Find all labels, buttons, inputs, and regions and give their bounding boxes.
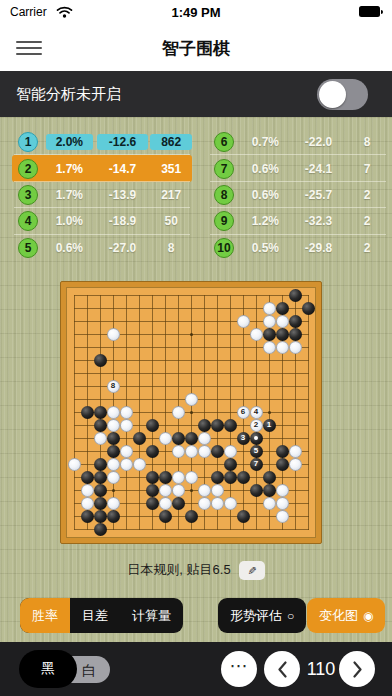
black-stone — [172, 432, 185, 445]
black-stone — [211, 471, 224, 484]
black-stone — [94, 406, 107, 419]
white-stone — [172, 471, 185, 484]
candidate-move-row[interactable]: 31.7%-13.9217 — [12, 182, 192, 208]
white-stone — [276, 341, 289, 354]
black-stone — [81, 510, 94, 523]
tab-目差[interactable]: 目差 — [70, 598, 120, 633]
visits: 8 — [346, 135, 388, 149]
white-stone — [224, 445, 237, 458]
more-button[interactable]: ⋯ — [221, 651, 257, 687]
position-eval-button[interactable]: 形势评估○ — [218, 598, 306, 633]
visits: 351 — [150, 162, 192, 176]
black-stone — [94, 354, 107, 367]
win-rate: 0.6% — [242, 188, 289, 202]
edit-rules-button[interactable]: ✎ — [239, 561, 265, 580]
prev-move-button[interactable] — [264, 651, 300, 687]
stones-layer: 86421357 — [74, 295, 309, 530]
white-stone — [81, 484, 94, 497]
white-stone: 6 — [237, 406, 250, 419]
white-stone — [198, 497, 211, 510]
move-rank-badge: 2 — [18, 159, 38, 179]
black-stone: 1 — [263, 419, 276, 432]
white-stone: 4 — [250, 406, 263, 419]
white-stone — [211, 497, 224, 510]
white-stone — [263, 497, 276, 510]
black-stone — [146, 497, 159, 510]
black-stone — [211, 445, 224, 458]
white-stone — [198, 445, 211, 458]
win-rate: 0.5% — [242, 241, 289, 255]
candidate-move-row[interactable]: 41.0%-18.950 — [12, 208, 192, 234]
black-stone — [159, 510, 172, 523]
nav-bar: 智子围棋 — [0, 24, 392, 71]
win-rate: 0.6% — [242, 162, 289, 176]
black-stone — [276, 302, 289, 315]
variation-diagram-button[interactable]: 变化图◉ — [307, 598, 385, 633]
move-rank-badge: 5 — [18, 238, 38, 258]
white-stone — [289, 445, 302, 458]
visits: 2 — [346, 188, 388, 202]
variation-move-number: 5 — [254, 447, 258, 455]
black-side-knob[interactable]: 黑 — [19, 650, 77, 688]
variation-move-number: 1 — [267, 421, 271, 429]
white-stone — [289, 341, 302, 354]
candidate-move-row[interactable]: 100.5%-29.82 — [208, 235, 388, 261]
analysis-bar: 智能分析未开启 — [0, 71, 392, 117]
variation-move-number: 7 — [254, 460, 258, 468]
last-move-marker — [254, 436, 258, 440]
black-stone — [94, 419, 107, 432]
black-stone — [276, 445, 289, 458]
variation-move-number: 4 — [254, 408, 258, 416]
white-stone — [81, 497, 94, 510]
black-stone — [276, 458, 289, 471]
white-stone — [133, 458, 146, 471]
white-stone — [120, 445, 133, 458]
score-lead: -22.0 — [293, 135, 345, 149]
black-stone — [185, 510, 198, 523]
win-rate: 2.0% — [46, 134, 93, 150]
rules-label: 日本规则, 贴目6.5 — [127, 561, 230, 579]
white-stone — [107, 328, 120, 341]
black-stone — [263, 471, 276, 484]
hollow-circle-icon: ○ — [287, 609, 294, 623]
white-stone — [237, 315, 250, 328]
tab-胜率[interactable]: 胜率 — [20, 598, 70, 633]
ellipsis-icon: ⋯ — [230, 655, 249, 677]
analysis-status-label: 智能分析未开启 — [16, 85, 121, 104]
pencil-icon: ✎ — [245, 565, 258, 574]
score-lead: -27.0 — [97, 241, 149, 255]
white-stone — [289, 458, 302, 471]
move-rank-badge: 1 — [18, 132, 38, 152]
app-screen: Carrier 1:49 PM 智子围棋 智能分析未开启 12.0%-12.68… — [0, 0, 392, 696]
tab-计算量[interactable]: 计算量 — [120, 598, 183, 633]
win-rate: 1.0% — [46, 214, 93, 228]
white-stone — [276, 315, 289, 328]
move-rank-badge: 9 — [214, 211, 234, 231]
board-field: 86421357 — [66, 287, 316, 538]
black-stone — [81, 406, 94, 419]
black-stone — [211, 419, 224, 432]
white-stone — [185, 445, 198, 458]
chevron-right-icon — [352, 661, 363, 678]
black-stone — [94, 484, 107, 497]
black-stone — [107, 510, 120, 523]
win-rate: 1.7% — [46, 162, 93, 176]
candidate-move-row[interactable]: 80.6%-25.72 — [208, 182, 388, 208]
black-stone — [159, 471, 172, 484]
black-stone — [172, 497, 185, 510]
white-stone — [107, 458, 120, 471]
move-rank-badge: 7 — [214, 159, 234, 179]
visits: 50 — [150, 214, 192, 228]
variation-move-number: 3 — [241, 434, 245, 442]
white-stone — [198, 484, 211, 497]
white-stone — [107, 406, 120, 419]
visits: 7 — [346, 162, 388, 176]
white-stone: 8 — [107, 380, 120, 393]
score-lead: -14.7 — [97, 162, 149, 176]
candidate-move-row[interactable]: 50.6%-27.08 — [12, 235, 192, 261]
black-stone — [133, 432, 146, 445]
variation-move-number: 2 — [254, 421, 258, 429]
white-stone — [172, 406, 185, 419]
white-stone — [185, 393, 198, 406]
black-stone — [146, 484, 159, 497]
visits: 2 — [346, 241, 388, 255]
score-lead: -29.8 — [293, 241, 345, 255]
white-stone — [276, 484, 289, 497]
visits: 862 — [150, 134, 192, 150]
black-stone — [237, 510, 250, 523]
chevron-left-icon — [277, 661, 288, 678]
black-stone — [94, 523, 107, 536]
black-stone — [276, 328, 289, 341]
clock: 1:49 PM — [0, 5, 392, 20]
variation-move-number: 6 — [241, 408, 245, 416]
variation-move-number: 8 — [111, 382, 115, 390]
move-rank-badge: 8 — [214, 185, 234, 205]
candidate-move-row[interactable]: 60.7%-22.08 — [208, 129, 388, 155]
score-lead: -25.7 — [293, 188, 345, 202]
white-stone — [159, 432, 172, 445]
move-rank-badge: 3 — [18, 185, 38, 205]
candidate-moves-table-right: 60.7%-22.0870.6%-24.1780.6%-25.7291.2%-3… — [208, 129, 388, 261]
black-stone — [185, 432, 198, 445]
stat-mode-tabs: 胜率目差计算量 — [20, 598, 183, 633]
candidate-move-row[interactable]: 21.7%-14.7351 — [12, 155, 192, 181]
white-stone — [263, 341, 276, 354]
black-stone — [224, 471, 237, 484]
black-stone — [94, 497, 107, 510]
black-stone — [289, 315, 302, 328]
white-stone — [107, 471, 120, 484]
score-lead: -12.6 — [97, 134, 149, 150]
black-stone — [224, 419, 237, 432]
eval-label: 形势评估 — [230, 608, 282, 623]
white-stone — [276, 510, 289, 523]
black-stone — [289, 289, 302, 302]
score-lead: -18.9 — [97, 214, 149, 228]
win-rate: 0.6% — [46, 241, 93, 255]
white-stone — [120, 458, 133, 471]
white-stone — [68, 458, 81, 471]
black-stone — [94, 471, 107, 484]
candidate-moves-table-left: 12.0%-12.686221.7%-14.735131.7%-13.92174… — [12, 129, 192, 261]
white-stone — [250, 328, 263, 341]
black-stone — [94, 458, 107, 471]
black-stone — [237, 471, 250, 484]
go-board[interactable]: 86421357 — [60, 281, 322, 544]
candidate-move-row[interactable]: 70.6%-24.17 — [208, 155, 388, 181]
score-lead: -13.9 — [97, 188, 149, 202]
analysis-toggle[interactable] — [317, 79, 368, 110]
white-stone — [172, 445, 185, 458]
black-stone — [250, 484, 263, 497]
black-stone — [302, 302, 315, 315]
white-stone — [263, 302, 276, 315]
black-stone — [198, 419, 211, 432]
black-stone — [146, 419, 159, 432]
move-rank-badge: 10 — [214, 238, 234, 258]
black-stone — [107, 432, 120, 445]
bottom-toolbar: 白 黑 ⋯ 110 — [0, 642, 392, 696]
white-stone — [224, 497, 237, 510]
white-stone — [198, 432, 211, 445]
black-stone — [250, 432, 263, 445]
white-stone — [276, 497, 289, 510]
battery-icon — [359, 6, 384, 18]
black-stone — [94, 510, 107, 523]
black-stone — [263, 328, 276, 341]
black-stone — [81, 471, 94, 484]
white-stone — [159, 497, 172, 510]
candidate-move-row[interactable]: 91.2%-32.32 — [208, 208, 388, 234]
black-stone: 3 — [237, 432, 250, 445]
status-bar: Carrier 1:49 PM — [0, 0, 392, 24]
black-stone: 7 — [250, 458, 263, 471]
white-side-label: 白 — [82, 662, 96, 680]
score-lead: -24.1 — [293, 162, 345, 176]
white-stone — [107, 419, 120, 432]
win-rate: 0.7% — [242, 135, 289, 149]
next-move-button[interactable] — [339, 651, 375, 687]
move-number: 110 — [303, 659, 339, 680]
black-stone: 5 — [250, 445, 263, 458]
black-stone — [146, 471, 159, 484]
black-stone — [146, 445, 159, 458]
visits: 217 — [150, 188, 192, 202]
white-stone: 2 — [250, 419, 263, 432]
visits: 8 — [150, 241, 192, 255]
visits: 2 — [346, 214, 388, 228]
app-title: 智子围棋 — [0, 37, 392, 60]
variation-label: 变化图 — [319, 608, 358, 623]
filled-circle-icon: ◉ — [363, 609, 373, 623]
score-lead: -32.3 — [293, 214, 345, 228]
black-stone — [289, 328, 302, 341]
white-stone — [211, 484, 224, 497]
candidate-move-row[interactable]: 12.0%-12.6862 — [12, 129, 192, 155]
black-stone — [263, 484, 276, 497]
win-rate: 1.2% — [242, 214, 289, 228]
rules-row: 日本规则, 贴目6.5 ✎ — [0, 559, 392, 581]
white-stone — [263, 315, 276, 328]
white-stone — [120, 419, 133, 432]
white-stone — [94, 432, 107, 445]
move-rank-badge: 6 — [214, 132, 234, 152]
white-stone — [107, 497, 120, 510]
win-rate: 1.7% — [46, 188, 93, 202]
toggle-knob — [319, 81, 346, 108]
white-stone — [172, 484, 185, 497]
white-stone — [185, 471, 198, 484]
white-stone — [159, 484, 172, 497]
black-side-label: 黑 — [41, 660, 55, 678]
black-stone — [107, 445, 120, 458]
white-stone — [120, 406, 133, 419]
move-rank-badge: 4 — [18, 211, 38, 231]
black-stone — [224, 458, 237, 471]
